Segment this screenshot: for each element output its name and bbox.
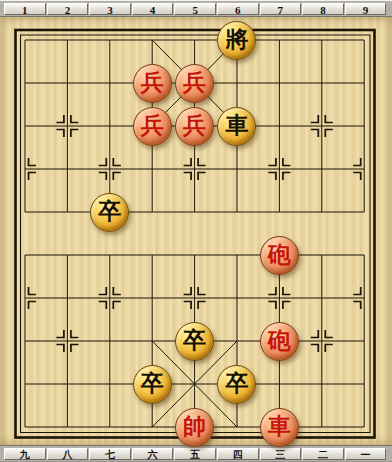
top-file-labels-bar: 123456789 bbox=[0, 0, 392, 17]
piece-black-soldier-d[interactable]: 卒 bbox=[217, 365, 256, 404]
piece-glyph: 砲 bbox=[268, 236, 291, 273]
file-label-top-6: 6 bbox=[217, 3, 259, 15]
piece-red-cannon-b[interactable]: 砲 bbox=[260, 322, 299, 361]
piece-glyph: 卒 bbox=[98, 193, 121, 230]
piece-glyph: 砲 bbox=[268, 322, 291, 359]
file-label-bottom-8: 二 bbox=[302, 448, 344, 460]
file-label-top-1: 1 bbox=[4, 3, 46, 15]
piece-glyph: 將 bbox=[225, 21, 248, 58]
file-label-top-7: 7 bbox=[260, 3, 302, 15]
piece-red-soldier-b[interactable]: 兵 bbox=[175, 64, 214, 103]
file-label-bottom-5: 五 bbox=[174, 448, 216, 460]
piece-glyph: 卒 bbox=[141, 365, 164, 402]
xiangqi-board: 將兵兵兵兵車卒砲卒砲卒卒帥車 bbox=[0, 17, 392, 445]
piece-glyph: 兵 bbox=[183, 107, 206, 144]
piece-red-cannon-a[interactable]: 砲 bbox=[260, 236, 299, 275]
file-label-bottom-6: 四 bbox=[217, 448, 259, 460]
piece-glyph: 卒 bbox=[183, 322, 206, 359]
file-label-top-8: 8 bbox=[302, 3, 344, 15]
piece-glyph: 帥 bbox=[183, 408, 206, 445]
piece-glyph: 兵 bbox=[141, 64, 164, 101]
piece-black-soldier-a[interactable]: 卒 bbox=[90, 193, 129, 232]
file-label-top-3: 3 bbox=[89, 3, 131, 15]
piece-glyph: 兵 bbox=[141, 107, 164, 144]
file-label-bottom-4: 六 bbox=[132, 448, 174, 460]
piece-black-soldier-b[interactable]: 卒 bbox=[175, 322, 214, 361]
file-label-bottom-1: 九 bbox=[4, 448, 46, 460]
piece-glyph: 卒 bbox=[225, 365, 248, 402]
piece-black-soldier-c[interactable]: 卒 bbox=[133, 365, 172, 404]
piece-black-general[interactable]: 將 bbox=[217, 21, 256, 60]
file-label-top-9: 9 bbox=[345, 3, 387, 15]
file-label-bottom-7: 三 bbox=[260, 448, 302, 460]
piece-glyph: 車 bbox=[225, 107, 248, 144]
piece-red-soldier-a[interactable]: 兵 bbox=[133, 64, 172, 103]
piece-black-chariot[interactable]: 車 bbox=[217, 107, 256, 146]
piece-red-chariot[interactable]: 車 bbox=[260, 408, 299, 447]
piece-red-soldier-c[interactable]: 兵 bbox=[133, 107, 172, 146]
file-label-top-5: 5 bbox=[174, 3, 216, 15]
piece-glyph: 車 bbox=[268, 408, 291, 445]
file-label-bottom-2: 八 bbox=[47, 448, 89, 460]
file-label-bottom-3: 七 bbox=[89, 448, 131, 460]
piece-red-soldier-d[interactable]: 兵 bbox=[175, 107, 214, 146]
xiangqi-app-window: 123456789 將兵兵兵兵車卒砲卒砲卒卒帥車 九八七六五四三二一 bbox=[0, 0, 392, 462]
piece-red-general[interactable]: 帥 bbox=[175, 408, 214, 447]
file-label-bottom-9: 一 bbox=[345, 448, 387, 460]
file-label-top-2: 2 bbox=[47, 3, 89, 15]
pieces-grid: 將兵兵兵兵車卒砲卒砲卒卒帥車 bbox=[4, 19, 386, 449]
piece-glyph: 兵 bbox=[183, 64, 206, 101]
file-label-top-4: 4 bbox=[132, 3, 174, 15]
